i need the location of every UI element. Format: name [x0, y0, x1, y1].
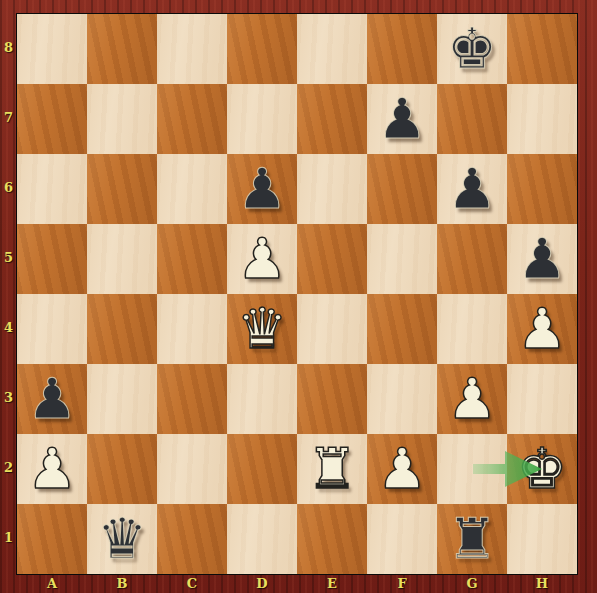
square-a4[interactable] [17, 294, 87, 364]
square-c2[interactable] [157, 434, 227, 504]
square-c3[interactable] [157, 364, 227, 434]
file-label-e: E [297, 576, 367, 591]
piece-white-pawn[interactable]: ♟ [507, 294, 577, 364]
square-b2[interactable] [87, 434, 157, 504]
square-h7[interactable] [507, 84, 577, 154]
piece-white-king[interactable]: ♚ [507, 434, 577, 504]
square-h5[interactable]: ♟ [507, 224, 577, 294]
square-e3[interactable] [297, 364, 367, 434]
square-f6[interactable] [367, 154, 437, 224]
square-g8[interactable]: ♚ [437, 14, 507, 84]
square-g2[interactable] [437, 434, 507, 504]
square-d3[interactable] [227, 364, 297, 434]
piece-black-pawn[interactable]: ♟ [507, 224, 577, 294]
piece-black-pawn[interactable]: ♟ [17, 364, 87, 434]
piece-black-pawn[interactable]: ♟ [227, 154, 297, 224]
square-a5[interactable] [17, 224, 87, 294]
board-frame: ♚♟♟♟♟♟♛♟♟♟♟♜♟♚♛♜ 87654321 ABCDEFGH [0, 0, 597, 593]
square-d4[interactable]: ♛ [227, 294, 297, 364]
square-c8[interactable] [157, 14, 227, 84]
piece-black-king[interactable]: ♚ [437, 14, 507, 84]
square-g5[interactable] [437, 224, 507, 294]
square-f3[interactable] [367, 364, 437, 434]
file-label-c: C [157, 576, 227, 591]
square-f2[interactable]: ♟ [367, 434, 437, 504]
square-b7[interactable] [87, 84, 157, 154]
square-a8[interactable] [17, 14, 87, 84]
square-a6[interactable] [17, 154, 87, 224]
rank-label-4: 4 [0, 320, 17, 335]
piece-white-pawn[interactable]: ♟ [17, 434, 87, 504]
square-a7[interactable] [17, 84, 87, 154]
rank-label-6: 6 [0, 180, 17, 195]
square-e7[interactable] [297, 84, 367, 154]
piece-white-queen[interactable]: ♛ [227, 294, 297, 364]
square-e2[interactable]: ♜ [297, 434, 367, 504]
piece-white-pawn[interactable]: ♟ [367, 434, 437, 504]
square-g1[interactable]: ♜ [437, 504, 507, 574]
rank-label-1: 1 [0, 530, 17, 545]
rank-label-3: 3 [0, 390, 17, 405]
rank-label-2: 2 [0, 460, 17, 475]
piece-white-pawn[interactable]: ♟ [437, 364, 507, 434]
file-label-a: A [17, 576, 87, 591]
square-b8[interactable] [87, 14, 157, 84]
square-h8[interactable] [507, 14, 577, 84]
square-a1[interactable] [17, 504, 87, 574]
square-g3[interactable]: ♟ [437, 364, 507, 434]
piece-black-queen[interactable]: ♛ [87, 504, 157, 574]
square-d2[interactable] [227, 434, 297, 504]
square-e5[interactable] [297, 224, 367, 294]
piece-black-pawn[interactable]: ♟ [367, 84, 437, 154]
piece-black-pawn[interactable]: ♟ [437, 154, 507, 224]
file-label-b: B [87, 576, 157, 591]
square-b5[interactable] [87, 224, 157, 294]
square-f5[interactable] [367, 224, 437, 294]
rank-label-5: 5 [0, 250, 17, 265]
file-label-h: H [507, 576, 577, 591]
piece-black-rook[interactable]: ♜ [437, 504, 507, 574]
square-a2[interactable]: ♟ [17, 434, 87, 504]
square-c5[interactable] [157, 224, 227, 294]
square-f7[interactable]: ♟ [367, 84, 437, 154]
square-f1[interactable] [367, 504, 437, 574]
rank-label-8: 8 [0, 40, 17, 55]
square-f8[interactable] [367, 14, 437, 84]
square-d8[interactable] [227, 14, 297, 84]
piece-white-pawn[interactable]: ♟ [227, 224, 297, 294]
square-a3[interactable]: ♟ [17, 364, 87, 434]
square-b6[interactable] [87, 154, 157, 224]
file-label-d: D [227, 576, 297, 591]
square-c7[interactable] [157, 84, 227, 154]
square-d7[interactable] [227, 84, 297, 154]
square-e6[interactable] [297, 154, 367, 224]
square-c4[interactable] [157, 294, 227, 364]
square-g6[interactable]: ♟ [437, 154, 507, 224]
square-b1[interactable]: ♛ [87, 504, 157, 574]
rank-label-7: 7 [0, 110, 17, 125]
square-f4[interactable] [367, 294, 437, 364]
square-b4[interactable] [87, 294, 157, 364]
square-e4[interactable] [297, 294, 367, 364]
square-b3[interactable] [87, 364, 157, 434]
chess-board: ♚♟♟♟♟♟♛♟♟♟♟♜♟♚♛♜ [17, 14, 577, 574]
piece-white-rook[interactable]: ♜ [297, 434, 367, 504]
square-g4[interactable] [437, 294, 507, 364]
square-c6[interactable] [157, 154, 227, 224]
square-h1[interactable] [507, 504, 577, 574]
square-e8[interactable] [297, 14, 367, 84]
square-g7[interactable] [437, 84, 507, 154]
square-h3[interactable] [507, 364, 577, 434]
square-c1[interactable] [157, 504, 227, 574]
square-d1[interactable] [227, 504, 297, 574]
square-h6[interactable] [507, 154, 577, 224]
square-d5[interactable]: ♟ [227, 224, 297, 294]
square-h2[interactable]: ♚ [507, 434, 577, 504]
file-label-f: F [367, 576, 437, 591]
square-d6[interactable]: ♟ [227, 154, 297, 224]
square-h4[interactable]: ♟ [507, 294, 577, 364]
square-e1[interactable] [297, 504, 367, 574]
file-label-g: G [437, 576, 507, 591]
